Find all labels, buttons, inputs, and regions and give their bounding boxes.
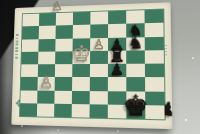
square-a6[interactable] bbox=[22, 39, 39, 52]
square-e3[interactable] bbox=[90, 77, 108, 91]
square-h5[interactable] bbox=[145, 50, 164, 64]
square-f4[interactable]: ♟ bbox=[108, 64, 126, 78]
square-c3[interactable] bbox=[55, 77, 73, 90]
brand-text-left-border bbox=[15, 34, 18, 60]
table-photo: ❖ ♞♙♟♞♔♜♟♙♚ ♙♟ bbox=[0, 0, 200, 134]
piece-black-pawn-f4[interactable]: ♟ bbox=[110, 63, 124, 79]
square-d1[interactable] bbox=[72, 104, 90, 118]
square-b3[interactable]: ♙ bbox=[37, 77, 54, 90]
square-c8[interactable] bbox=[56, 13, 73, 26]
square-c1[interactable] bbox=[54, 104, 72, 118]
square-e4[interactable] bbox=[90, 64, 108, 77]
square-d8[interactable] bbox=[73, 12, 91, 25]
square-d3[interactable] bbox=[72, 77, 90, 90]
square-e5[interactable] bbox=[90, 51, 108, 64]
square-a3[interactable] bbox=[21, 77, 38, 90]
board-grid: ♞♙♟♞♔♜♟♙♚ bbox=[19, 9, 166, 121]
square-g5[interactable] bbox=[126, 50, 145, 64]
chess-board: ❖ ♞♙♟♞♔♜♟♙♚ ♙♟ bbox=[11, 2, 172, 129]
brand-mark-right-border bbox=[165, 45, 167, 56]
square-c6[interactable] bbox=[55, 38, 72, 51]
square-c4[interactable] bbox=[55, 64, 73, 77]
square-d5[interactable]: ♔ bbox=[72, 51, 90, 64]
square-h4[interactable] bbox=[145, 64, 164, 78]
square-c7[interactable] bbox=[56, 25, 73, 38]
square-b7[interactable] bbox=[39, 26, 56, 39]
square-e8[interactable] bbox=[90, 11, 108, 24]
square-c2[interactable] bbox=[54, 90, 72, 103]
square-d7[interactable] bbox=[73, 25, 91, 38]
square-e2[interactable] bbox=[90, 91, 108, 105]
square-d2[interactable] bbox=[72, 90, 90, 104]
square-a5[interactable] bbox=[21, 51, 38, 64]
square-h6[interactable] bbox=[145, 36, 164, 50]
square-b2[interactable] bbox=[37, 90, 54, 103]
square-a2[interactable] bbox=[20, 90, 37, 103]
square-g6[interactable]: ♞ bbox=[126, 37, 145, 51]
square-b5[interactable] bbox=[38, 51, 55, 64]
square-b8[interactable] bbox=[39, 13, 56, 26]
square-a4[interactable] bbox=[21, 64, 38, 77]
square-h7[interactable] bbox=[145, 23, 164, 37]
square-f8[interactable] bbox=[108, 11, 126, 25]
square-c5[interactable] bbox=[55, 51, 72, 64]
square-a8[interactable] bbox=[22, 14, 39, 27]
square-h1[interactable] bbox=[145, 105, 164, 119]
piece-white-king-d5[interactable]: ♔ bbox=[72, 43, 91, 65]
square-b1[interactable] bbox=[37, 103, 54, 117]
piece-white-pawn-b3[interactable]: ♙ bbox=[39, 75, 53, 91]
square-a1[interactable] bbox=[20, 103, 37, 116]
square-e1[interactable] bbox=[90, 104, 108, 118]
square-a7[interactable] bbox=[22, 26, 39, 39]
square-e6[interactable]: ♙ bbox=[90, 37, 108, 50]
square-d4[interactable] bbox=[72, 64, 90, 77]
offboard-piece-white-pawn[interactable]: ♙ bbox=[51, 0, 62, 13]
square-h8[interactable] bbox=[145, 10, 164, 24]
piece-black-knight-g6[interactable]: ♞ bbox=[128, 35, 143, 51]
square-g4[interactable] bbox=[126, 64, 145, 78]
square-b6[interactable] bbox=[38, 38, 55, 51]
square-g1[interactable]: ♚ bbox=[126, 105, 145, 119]
